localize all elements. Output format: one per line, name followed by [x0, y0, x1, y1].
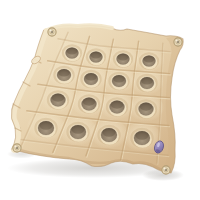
air-cushion-photo — [0, 0, 200, 200]
hole-inner-shadow — [118, 54, 129, 61]
hole-inner-shadow — [91, 52, 102, 59]
vent-hole — [48, 91, 68, 109]
vent-hole — [81, 71, 100, 88]
hole-inner-shadow — [135, 131, 148, 139]
hole-inner-shadow — [144, 56, 155, 63]
hole-inner-shadow — [111, 101, 123, 109]
vent-hole — [140, 53, 158, 69]
vent-hole — [54, 67, 73, 84]
hole-inner-shadow — [85, 73, 96, 80]
hole-inner-shadow — [39, 121, 52, 129]
vent-hole — [98, 126, 119, 145]
hole-inner-shadow — [58, 69, 69, 76]
vent-hole — [109, 73, 128, 90]
vent-hole — [131, 129, 152, 148]
vent-hole — [107, 98, 127, 116]
vent-hole — [87, 49, 105, 65]
grommet-glint — [164, 168, 166, 170]
grommet — [174, 38, 182, 46]
vent-hole — [67, 123, 88, 142]
hole-inner-shadow — [71, 125, 84, 133]
product-photo — [0, 0, 200, 200]
vent-hole — [63, 45, 81, 61]
grommet-glint — [15, 146, 17, 148]
hole-inner-shadow — [102, 128, 115, 136]
grommet — [48, 28, 56, 36]
vent-hole — [137, 75, 156, 92]
hole-inner-shadow — [52, 94, 64, 102]
hole-inner-shadow — [141, 77, 152, 84]
vent-hole — [136, 100, 156, 118]
grommet — [13, 144, 21, 152]
hole-inner-shadow — [67, 48, 78, 55]
grommet-glint — [50, 30, 52, 32]
hole-inner-shadow — [113, 75, 124, 82]
vent-hole — [79, 95, 99, 113]
hole-inner-shadow — [140, 103, 152, 111]
hole-inner-shadow — [83, 98, 95, 106]
grommet — [162, 166, 170, 174]
vent-hole — [35, 119, 56, 138]
grommet-glint — [176, 40, 178, 42]
vent-hole — [114, 51, 132, 67]
